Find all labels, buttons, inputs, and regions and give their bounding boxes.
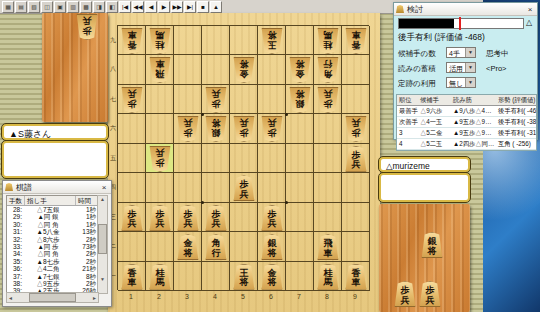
square-4-一[interactable] bbox=[202, 262, 230, 291]
rank-cell: 4 bbox=[397, 139, 418, 149]
shogi-board: 香車桂馬玉将桂馬香車飛車金将金将角行歩兵歩兵銀将歩兵歩兵銀将歩兵歩兵歩兵歩兵歩兵… bbox=[108, 13, 380, 312]
scroll-up-icon[interactable]: ▲ bbox=[98, 196, 107, 202]
pv-cell: ▲9五歩△9… bbox=[451, 117, 496, 127]
hoshi-dot bbox=[285, 201, 288, 204]
kifu-move-list[interactable]: 手数 指し手 時間 28:△7五銀1秒29:▲同 銀1秒30:△同 角1秒31:… bbox=[6, 195, 99, 294]
scroll-left-icon[interactable]: ◄ bbox=[8, 295, 13, 301]
square-4-四[interactable] bbox=[202, 173, 230, 202]
square-9-二[interactable] bbox=[342, 232, 370, 261]
screen: ▦▤▧◫▣▥▩◨◧|◀◀◀◀▶▶▶▶|■▲ 香車桂馬玉将桂馬香車飛車金将金将角行… bbox=[0, 0, 540, 312]
kifu-move-row[interactable]: 29:▲同 銀1秒 bbox=[7, 213, 98, 220]
file-label-4: 4 bbox=[201, 293, 229, 300]
move-text: △同 角 bbox=[22, 250, 74, 257]
hoshi-dot bbox=[201, 201, 204, 204]
move-time: 8秒 bbox=[74, 273, 98, 280]
header-cell: 読み筋 bbox=[451, 95, 496, 105]
move-text: ▲同 銀 bbox=[22, 213, 74, 220]
candidate-row[interactable]: 3△5二金▲9五歩△9…後手有利( -312) bbox=[397, 128, 536, 139]
scroll-thumb[interactable] bbox=[98, 224, 107, 254]
header-cell: 順位 bbox=[397, 95, 418, 105]
square-7-二[interactable] bbox=[286, 232, 314, 261]
gote-銀将[interactable]: 銀将 bbox=[421, 232, 443, 258]
sente-info-box bbox=[2, 141, 108, 178]
setting-label: 候補手の数 bbox=[398, 49, 436, 59]
kifu-window: 棋譜 × 手数 指し手 時間 28:△7五銀1秒29:▲同 銀1秒30:△同 角… bbox=[2, 180, 112, 307]
move-text: △8六歩 bbox=[22, 236, 74, 243]
move-text: ▲7七銀 bbox=[22, 273, 74, 280]
scroll-down-icon[interactable]: ▼ bbox=[98, 276, 107, 282]
rank-cell: 最善手 bbox=[397, 106, 418, 116]
square-7-六[interactable] bbox=[286, 114, 314, 143]
square-5-九[interactable] bbox=[230, 26, 258, 55]
square-8-三[interactable] bbox=[314, 203, 342, 232]
move-number: 37: bbox=[7, 273, 22, 280]
eval-cell: 互角 ( -256) bbox=[496, 139, 536, 149]
kifu-window-icon bbox=[5, 183, 13, 191]
move-number: 33: bbox=[7, 243, 22, 250]
sente-歩兵[interactable]: 歩兵 bbox=[76, 14, 98, 40]
kifu-move-row[interactable]: 36:△4二角21秒 bbox=[7, 265, 98, 272]
square-5-三[interactable] bbox=[230, 203, 258, 232]
eval-cell: 後手有利( -388) bbox=[496, 117, 536, 127]
square-8-六[interactable] bbox=[314, 114, 342, 143]
square-5-二[interactable] bbox=[230, 232, 258, 261]
move-number: 35: bbox=[7, 258, 22, 265]
hoshi-dot bbox=[201, 113, 204, 116]
square-1-六[interactable] bbox=[118, 114, 146, 143]
kifu-header: 手数 指し手 時間 bbox=[7, 196, 98, 206]
square-4-五[interactable] bbox=[202, 144, 230, 173]
comment-window-button[interactable]: ▧ bbox=[28, 1, 40, 13]
clock-button[interactable]: ▣ bbox=[54, 1, 66, 13]
kifu-col-move: 指し手 bbox=[25, 196, 76, 205]
kifu-window-title: 棋譜 bbox=[16, 182, 32, 193]
square-3-五[interactable] bbox=[174, 144, 202, 173]
move-text: △4二角 bbox=[22, 265, 74, 272]
move-cell: △9六歩 bbox=[418, 106, 451, 116]
evaluation-bar bbox=[398, 18, 524, 29]
board-grid: 香車桂馬玉将桂馬香車飛車金将金将角行歩兵歩兵銀将歩兵歩兵銀将歩兵歩兵歩兵歩兵歩兵… bbox=[117, 25, 369, 290]
nav-play-button[interactable]: ▲ bbox=[210, 1, 222, 13]
move-number: 31: bbox=[7, 228, 22, 235]
setting-dropdown[interactable]: 活用▼ bbox=[446, 62, 476, 73]
square-2-二[interactable] bbox=[146, 232, 174, 261]
square-6-五[interactable] bbox=[258, 144, 286, 173]
square-3-八[interactable] bbox=[174, 55, 202, 84]
pv-cell: ▲9五歩△9… bbox=[451, 128, 496, 138]
file-label-5: 5 bbox=[229, 293, 257, 300]
komadai-sente[interactable]: 歩兵 bbox=[42, 13, 108, 122]
move-text: ▲8七歩 bbox=[22, 258, 74, 265]
nav-back10-button[interactable]: ◀◀ bbox=[132, 1, 144, 13]
move-text: △9五歩 bbox=[22, 280, 74, 287]
setting-note: 思考中 bbox=[486, 49, 509, 59]
square-9-七[interactable] bbox=[342, 85, 370, 114]
move-text: ▲同 歩 bbox=[22, 243, 74, 250]
kifu-move-row[interactable]: 28:△7五銀1秒 bbox=[7, 206, 98, 213]
move-time: 2秒 bbox=[74, 280, 98, 287]
square-2-六[interactable] bbox=[146, 114, 174, 143]
square-8-五[interactable] bbox=[314, 144, 342, 173]
setup-button[interactable]: ▥ bbox=[67, 1, 79, 13]
analysis-window: 検討 × △ 後手有利 (評価値 -468) 候補手の数4手▼思考中読みの蓄積活… bbox=[393, 2, 538, 140]
rank-label-五: 五 bbox=[109, 154, 117, 163]
file-label-8: 8 bbox=[313, 293, 341, 300]
move-time: 73秒 bbox=[74, 243, 98, 250]
move-cell: △5二金 bbox=[418, 128, 451, 138]
move-time: 1秒 bbox=[74, 213, 98, 220]
header-cell: 候補手 bbox=[418, 95, 451, 105]
file-label-7: 7 bbox=[285, 293, 313, 300]
rank-label-七: 七 bbox=[109, 95, 117, 104]
chevron-down-icon[interactable]: ▼ bbox=[465, 48, 475, 57]
move-time: 21秒 bbox=[74, 265, 98, 272]
candidate-row[interactable]: 次善手△4一玉▲9五歩△9…後手有利( -388) bbox=[397, 117, 536, 128]
setting-note: <Pro> bbox=[486, 64, 506, 73]
move-number: 28: bbox=[7, 206, 22, 213]
file-label-2: 2 bbox=[145, 293, 173, 300]
kifu-move-row[interactable]: 35:▲8七歩2秒 bbox=[7, 258, 98, 265]
square-9-八[interactable] bbox=[342, 55, 370, 84]
setting-dropdown[interactable]: 4手▼ bbox=[446, 47, 476, 58]
file-label-9: 9 bbox=[341, 293, 369, 300]
piece-set-button[interactable]: ▩ bbox=[80, 1, 92, 13]
square-7-九[interactable] bbox=[286, 26, 314, 55]
square-6-七[interactable] bbox=[258, 85, 286, 114]
rank-label-八: 八 bbox=[109, 65, 117, 74]
pv-cell: ▲2四歩△同… bbox=[451, 139, 496, 149]
kifu-move-row[interactable]: 33:▲同 歩73秒 bbox=[7, 243, 98, 250]
square-3-四[interactable] bbox=[174, 173, 202, 202]
rank-cell: 次善手 bbox=[397, 117, 418, 127]
sente-name: ▲S藤さん bbox=[9, 129, 51, 139]
move-time: 2秒 bbox=[74, 236, 98, 243]
nav-back-button[interactable]: ◀ bbox=[145, 1, 157, 13]
header-cell: 形勢 (評価値) bbox=[496, 95, 536, 105]
board-window-button[interactable]: ▦ bbox=[2, 1, 14, 13]
analysis-window-icon bbox=[396, 5, 404, 13]
nav-forward-button[interactable]: ▶ bbox=[158, 1, 170, 13]
square-7-一[interactable] bbox=[286, 262, 314, 291]
file-label-6: 6 bbox=[257, 293, 285, 300]
move-time: 2秒 bbox=[74, 258, 98, 265]
candidate-row[interactable]: 最善手△9六歩▲9八歩△4…後手有利( -468) bbox=[397, 106, 536, 117]
komadai-gote[interactable]: 銀将歩兵歩兵 bbox=[379, 204, 470, 312]
setting-label: 読みの蓄積 bbox=[398, 64, 436, 74]
kifu-move-row[interactable]: 32:△8六歩2秒 bbox=[7, 236, 98, 243]
square-7-五[interactable] bbox=[286, 144, 314, 173]
square-3-一[interactable] bbox=[174, 262, 202, 291]
file-label-3: 3 bbox=[173, 293, 201, 300]
nav-last-button[interactable]: ▶| bbox=[184, 1, 196, 13]
square-7-三[interactable] bbox=[286, 203, 314, 232]
scroll-right-icon[interactable]: ► bbox=[92, 295, 97, 301]
square-5-七[interactable] bbox=[230, 85, 258, 114]
move-time: 1秒 bbox=[74, 206, 98, 213]
move-number: 30: bbox=[7, 221, 22, 228]
gote-name: △murizeme bbox=[386, 161, 430, 171]
kifu-col-time: 時間 bbox=[76, 196, 98, 205]
candidate-table[interactable]: 順位候補手読み筋形勢 (評価値)最善手△9六歩▲9八歩△4…後手有利( -468… bbox=[396, 94, 537, 151]
eval-cell: 後手有利( -312) bbox=[496, 128, 536, 138]
square-5-五[interactable] bbox=[230, 144, 258, 173]
square-3-七[interactable] bbox=[174, 85, 202, 114]
move-cell: △5二玉 bbox=[418, 139, 451, 149]
move-number: 36: bbox=[7, 265, 22, 272]
square-7-四[interactable] bbox=[286, 173, 314, 202]
square-1-五[interactable] bbox=[118, 144, 146, 173]
kifu-move-row[interactable]: 38:△9五歩2秒 bbox=[7, 280, 98, 287]
rank-cell: 3 bbox=[397, 128, 418, 138]
square-9-三[interactable] bbox=[342, 203, 370, 232]
analysis-window-title: 検討 bbox=[407, 4, 423, 15]
move-number: 34: bbox=[7, 250, 22, 257]
candidate-table-header: 順位候補手読み筋形勢 (評価値) bbox=[397, 95, 536, 106]
square-6-八[interactable] bbox=[258, 55, 286, 84]
square-8-四[interactable] bbox=[314, 173, 342, 202]
move-number: 38: bbox=[7, 280, 22, 287]
square-1-二[interactable] bbox=[118, 232, 146, 261]
square-4-九[interactable] bbox=[202, 26, 230, 55]
eval-cell: 後手有利( -468) bbox=[496, 106, 536, 116]
move-text: △7五銀 bbox=[22, 206, 74, 213]
kifu-col-moveno: 手数 bbox=[7, 196, 25, 205]
file-label-1: 1 bbox=[117, 293, 145, 300]
square-1-四[interactable] bbox=[118, 173, 146, 202]
square-2-七[interactable] bbox=[146, 85, 174, 114]
move-number: 29: bbox=[7, 213, 22, 220]
pv-cell: ▲9八歩△4… bbox=[451, 106, 496, 116]
nav-stop-button[interactable]: ■ bbox=[197, 1, 209, 13]
chevron-down-icon[interactable]: ▼ bbox=[465, 78, 475, 87]
gote-name-plate: △murizeme bbox=[379, 157, 470, 172]
evaluation-status: 後手有利 (評価値 -468) bbox=[398, 32, 485, 44]
kifu-move-row[interactable]: 37:▲7七銀8秒 bbox=[7, 273, 98, 280]
rotate-board-button[interactable]: ◧ bbox=[106, 1, 118, 13]
nav-first-button[interactable]: |◀ bbox=[119, 1, 131, 13]
square-2-四[interactable] bbox=[146, 173, 174, 202]
gote-symbol: △ bbox=[526, 18, 532, 27]
kifu-titlebar[interactable]: 棋譜 × bbox=[3, 181, 111, 194]
analysis-window-button[interactable]: ◫ bbox=[41, 1, 53, 13]
evaluation-bar-black-fill bbox=[399, 19, 454, 28]
kifu-window-button[interactable]: ▤ bbox=[15, 1, 27, 13]
gote-歩兵[interactable]: 歩兵 bbox=[419, 281, 441, 307]
kifu-close-icon[interactable]: × bbox=[99, 183, 109, 192]
move-time: 13秒 bbox=[74, 228, 98, 235]
kifu-move-row[interactable]: 31:▲5八金13秒 bbox=[7, 228, 98, 235]
square-6-四[interactable] bbox=[258, 173, 286, 202]
analysis-close-icon[interactable]: × bbox=[525, 5, 535, 14]
setting-label: 定跡の利用 bbox=[398, 79, 436, 89]
move-cell: △4一玉 bbox=[418, 117, 451, 127]
kifu-move-row[interactable]: 34:△同 角2秒 bbox=[7, 250, 98, 257]
rank-label-九: 九 bbox=[109, 36, 117, 45]
gote-info-box bbox=[379, 173, 470, 202]
gote-歩兵[interactable]: 歩兵 bbox=[394, 281, 416, 307]
square-9-四[interactable] bbox=[342, 173, 370, 202]
square-3-九[interactable] bbox=[174, 26, 202, 55]
nav-fwd10-button[interactable]: ▶▶ bbox=[171, 1, 183, 13]
rank-label-六: 六 bbox=[109, 124, 117, 133]
move-text: ▲5八金 bbox=[22, 228, 74, 235]
scroll-thumb-h[interactable] bbox=[29, 293, 76, 302]
evaluation-bar-marker bbox=[459, 17, 461, 30]
chevron-down-icon[interactable]: ▼ bbox=[465, 63, 475, 72]
sente-name-plate: ▲S藤さん bbox=[2, 124, 108, 140]
square-1-八[interactable] bbox=[118, 55, 146, 84]
move-time: 1秒 bbox=[74, 221, 98, 228]
kifu-horizontal-scrollbar[interactable]: ◄ ► bbox=[6, 292, 99, 303]
move-text: △同 角 bbox=[22, 221, 74, 228]
move-number: 32: bbox=[7, 236, 22, 243]
setting-dropdown[interactable]: 無し▼ bbox=[446, 77, 476, 88]
kifu-vertical-scrollbar[interactable]: ▲ ▼ bbox=[97, 195, 108, 294]
kifu-move-row[interactable]: 30:△同 角1秒 bbox=[7, 221, 98, 228]
flip-board-button[interactable]: ◨ bbox=[93, 1, 105, 13]
candidate-row[interactable]: 4△5二玉▲2四歩△同…互角 ( -256) bbox=[397, 139, 536, 150]
hoshi-dot bbox=[285, 113, 288, 116]
square-4-八[interactable] bbox=[202, 55, 230, 84]
move-time: 2秒 bbox=[74, 250, 98, 257]
